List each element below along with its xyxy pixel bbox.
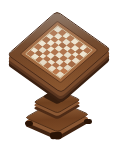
left-foot bbox=[25, 121, 33, 126]
chess-table-photo bbox=[0, 0, 120, 144]
front-foot bbox=[50, 132, 62, 140]
right-foot bbox=[84, 119, 92, 124]
chess-board bbox=[25, 25, 93, 79]
table-top bbox=[7, 11, 112, 94]
